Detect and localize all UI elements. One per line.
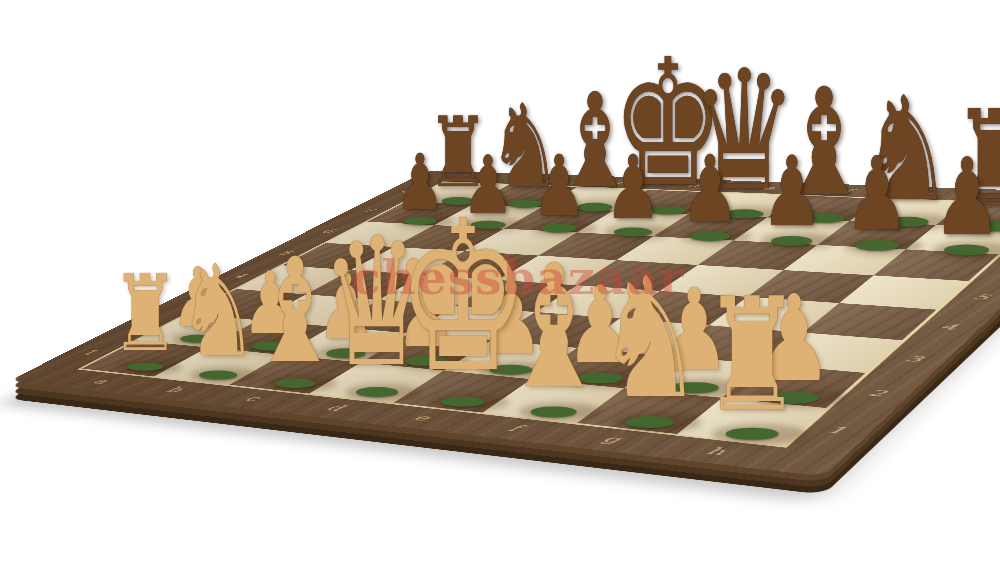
pawn-glyph: ♟ <box>932 144 1000 251</box>
pawn-glyph: ♟ <box>605 144 662 232</box>
rook-glyph: ♜ <box>111 261 179 367</box>
knight-glyph: ♞ <box>178 248 259 374</box>
pawn-glyph: ♟ <box>761 144 823 241</box>
rook-glyph: ♜ <box>702 278 803 434</box>
pawn-glyph: ♟ <box>844 144 909 245</box>
pawn-glyph: ♟ <box>532 144 586 228</box>
product-photo-stage: aa88bb77cc66dd55ee44ff33gg22hh11 ♜♞♝♚♛♝♞… <box>0 0 1000 562</box>
bishop-glyph: ♝ <box>499 241 609 411</box>
pawn-glyph: ♟ <box>681 144 740 236</box>
knight-glyph: ♞ <box>596 256 704 423</box>
